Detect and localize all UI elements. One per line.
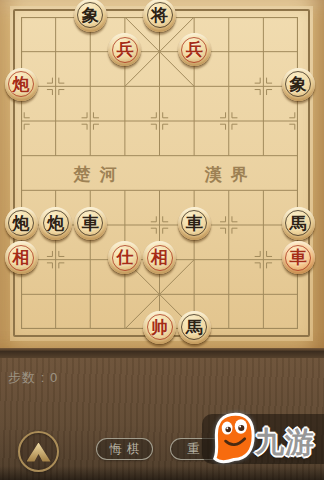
steps-separator: : bbox=[41, 370, 46, 385]
piece-character: 兵 bbox=[186, 41, 203, 58]
piece-character: 帅 bbox=[151, 319, 168, 336]
steps-value: 0 bbox=[50, 370, 58, 385]
piece-character: 兵 bbox=[116, 41, 133, 58]
mascot-icon bbox=[211, 407, 257, 469]
piece-将-black[interactable]: 将 bbox=[143, 0, 176, 32]
board-frame: 楚河 漢界 象将兵兵炮象炮炮車車馬相仕相車帅馬 bbox=[0, 0, 324, 348]
watermark-text: 九游 bbox=[255, 423, 315, 463]
piece-character: 車 bbox=[82, 215, 99, 232]
piece-character: 馬 bbox=[186, 319, 203, 336]
piece-character: 炮 bbox=[13, 215, 30, 232]
piece-帅-red[interactable]: 帅 bbox=[143, 311, 176, 344]
piece-character: 象 bbox=[290, 76, 307, 93]
piece-兵-red[interactable]: 兵 bbox=[178, 33, 211, 66]
piece-character: 車 bbox=[290, 249, 307, 266]
piece-車-black[interactable]: 車 bbox=[74, 207, 107, 240]
piece-炮-black[interactable]: 炮 bbox=[5, 207, 38, 240]
piece-炮-red[interactable]: 炮 bbox=[5, 68, 38, 101]
xiangqi-app: 楚河 漢界 象将兵兵炮象炮炮車車馬相仕相車帅馬 步数 : 0 悔棋 重 九游 bbox=[0, 0, 324, 480]
piece-炮-black[interactable]: 炮 bbox=[39, 207, 72, 240]
river-label-left: 楚河 bbox=[55, 163, 135, 186]
piece-character: 炮 bbox=[13, 76, 30, 93]
piece-相-red[interactable]: 相 bbox=[143, 241, 176, 274]
board-bottom-bevel bbox=[0, 348, 324, 358]
piece-character: 馬 bbox=[290, 215, 307, 232]
piece-相-red[interactable]: 相 bbox=[5, 241, 38, 274]
piece-車-red[interactable]: 車 bbox=[282, 241, 315, 274]
river-label-right: 漢界 bbox=[186, 163, 266, 186]
expand-button[interactable] bbox=[18, 431, 59, 472]
piece-馬-black[interactable]: 馬 bbox=[282, 207, 315, 240]
piece-character: 車 bbox=[186, 215, 203, 232]
piece-character: 象 bbox=[82, 7, 99, 24]
undo-move-button[interactable]: 悔棋 bbox=[96, 438, 153, 460]
watermark-banner: 九游 bbox=[202, 414, 324, 464]
piece-character: 相 bbox=[13, 249, 30, 266]
steps-counter: 步数 : 0 bbox=[8, 369, 58, 387]
piece-象-black[interactable]: 象 bbox=[282, 68, 315, 101]
steps-label: 步数 bbox=[8, 370, 36, 385]
chevron-up-icon bbox=[27, 443, 51, 462]
piece-車-black[interactable]: 車 bbox=[178, 207, 211, 240]
piece-character: 将 bbox=[151, 7, 168, 24]
piece-象-black[interactable]: 象 bbox=[74, 0, 107, 32]
piece-馬-black[interactable]: 馬 bbox=[178, 311, 211, 344]
piece-character: 仕 bbox=[116, 249, 133, 266]
piece-character: 炮 bbox=[47, 215, 64, 232]
piece-character: 相 bbox=[151, 249, 168, 266]
